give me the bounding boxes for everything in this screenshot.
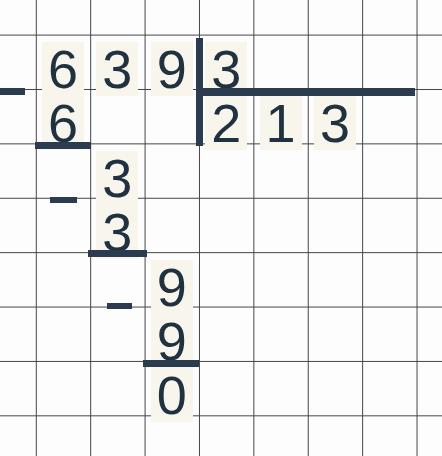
quotient-digit-tens: 1 <box>253 89 307 143</box>
digit: 9 <box>151 260 193 314</box>
squared-paper: 6 3 9 3 6 2 1 3 3 3 9 9 0 <box>0 0 442 456</box>
quotient-digit-hundreds: 2 <box>199 89 253 143</box>
subtraction-underline-2 <box>88 250 147 257</box>
digit: 9 <box>151 42 193 96</box>
worksheet-grid: 6 3 9 3 6 2 1 3 3 3 9 9 0 <box>0 0 442 456</box>
minus-sign-3 <box>107 303 132 309</box>
work-digit-subtracted-product-1: 6 <box>36 89 90 143</box>
digit: 1 <box>260 96 302 150</box>
work-digit-subtracted-product-3: 9 <box>145 307 199 361</box>
remainder-digit: 0 <box>145 361 199 415</box>
digit: 3 <box>96 151 138 205</box>
division-bracket-horizontal-bar <box>196 88 415 96</box>
digit: 3 <box>96 42 138 96</box>
work-digit-subtracted-product-2: 3 <box>90 198 144 252</box>
digit: 3 <box>314 96 356 150</box>
digit: 2 <box>205 96 247 150</box>
subtraction-underline-1 <box>35 142 91 149</box>
subtraction-underline-3 <box>143 360 199 367</box>
digit: 6 <box>42 42 84 96</box>
digit: 0 <box>151 368 193 422</box>
work-digit-brought-down-ones: 9 <box>145 252 199 306</box>
dividend-digit-ones: 9 <box>145 35 199 89</box>
minus-sign-1 <box>0 88 25 95</box>
minus-sign-2 <box>50 197 77 203</box>
quotient-digit-ones: 3 <box>308 89 362 143</box>
dividend-digit-hundreds: 6 <box>36 35 90 89</box>
divisor-digit: 3 <box>199 35 253 89</box>
dividend-digit-tens: 3 <box>90 35 144 89</box>
work-digit-brought-down-tens: 3 <box>90 143 144 197</box>
